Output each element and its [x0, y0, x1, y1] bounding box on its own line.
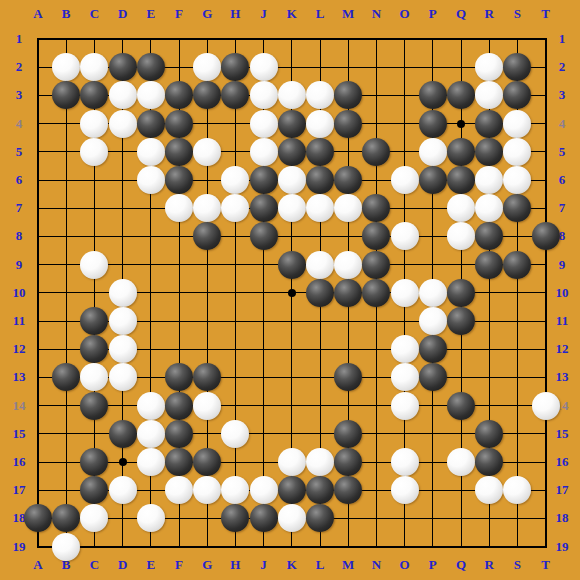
- row-label-left: 10: [13, 285, 26, 301]
- black-stone-M16: [334, 448, 362, 476]
- column-label-bottom: J: [260, 557, 267, 573]
- black-stone-B18: [52, 504, 80, 532]
- black-stone-H2: [221, 53, 249, 81]
- row-label-right: 3: [559, 87, 566, 103]
- black-stone-L6: [306, 166, 334, 194]
- row-label-left: 16: [13, 454, 26, 470]
- white-stone-K18: [278, 504, 306, 532]
- white-stone-C18: [80, 504, 108, 532]
- white-stone-O8: [391, 222, 419, 250]
- column-label-bottom: N: [372, 557, 381, 573]
- row-label-right: 12: [556, 341, 569, 357]
- row-label-right: 13: [556, 369, 569, 385]
- white-stone-E6: [137, 166, 165, 194]
- black-stone-C3: [80, 81, 108, 109]
- black-stone-Q6: [447, 166, 475, 194]
- white-stone-C4: [80, 110, 108, 138]
- black-stone-S2: [503, 53, 531, 81]
- star-point-D16: [119, 458, 127, 466]
- white-stone-G7: [193, 194, 221, 222]
- column-label-bottom: F: [175, 557, 183, 573]
- black-stone-C17: [80, 476, 108, 504]
- black-stone-M4: [334, 110, 362, 138]
- row-label-left: 12: [13, 341, 26, 357]
- black-stone-N5: [362, 138, 390, 166]
- row-label-right: 17: [556, 482, 569, 498]
- black-stone-M6: [334, 166, 362, 194]
- black-stone-L18: [306, 504, 334, 532]
- row-label-left: 15: [13, 426, 26, 442]
- white-stone-K3: [278, 81, 306, 109]
- column-label-bottom: A: [33, 557, 42, 573]
- black-stone-Q11: [447, 307, 475, 335]
- black-stone-Q10: [447, 279, 475, 307]
- black-stone-C12: [80, 335, 108, 363]
- black-stone-B13: [52, 363, 80, 391]
- column-label-bottom: L: [316, 557, 325, 573]
- white-stone-C9: [80, 251, 108, 279]
- white-stone-J17: [250, 476, 278, 504]
- white-stone-S5: [503, 138, 531, 166]
- row-label-right: 11: [556, 313, 568, 329]
- row-label-left: 5: [16, 144, 23, 160]
- black-stone-M3: [334, 81, 362, 109]
- row-label-right: 10: [556, 285, 569, 301]
- column-label-top: D: [118, 6, 127, 22]
- black-stone-N9: [362, 251, 390, 279]
- column-label-top: Q: [456, 6, 466, 22]
- black-stone-L10: [306, 279, 334, 307]
- white-stone-Q7: [447, 194, 475, 222]
- white-stone-D17: [109, 476, 137, 504]
- row-label-left: 11: [13, 313, 25, 329]
- column-label-bottom: R: [484, 557, 493, 573]
- row-label-left: 13: [13, 369, 26, 385]
- white-stone-Q8: [447, 222, 475, 250]
- column-label-top: P: [429, 6, 437, 22]
- row-label-left: 6: [16, 172, 23, 188]
- black-stone-D15: [109, 420, 137, 448]
- black-stone-R5: [475, 138, 503, 166]
- black-stone-M17: [334, 476, 362, 504]
- white-stone-S4: [503, 110, 531, 138]
- white-stone-R6: [475, 166, 503, 194]
- black-stone-R8: [475, 222, 503, 250]
- row-label-right: 4: [559, 116, 566, 132]
- white-stone-B2: [52, 53, 80, 81]
- row-label-left: 3: [16, 87, 23, 103]
- white-stone-Q16: [447, 448, 475, 476]
- white-stone-M9: [334, 251, 362, 279]
- column-label-bottom: G: [202, 557, 212, 573]
- white-stone-R7: [475, 194, 503, 222]
- white-stone-F17: [165, 476, 193, 504]
- column-label-top: G: [202, 6, 212, 22]
- black-stone-K17: [278, 476, 306, 504]
- white-stone-J5: [250, 138, 278, 166]
- column-label-top: K: [287, 6, 297, 22]
- column-label-top: O: [400, 6, 410, 22]
- white-stone-G14: [193, 392, 221, 420]
- white-stone-H15: [221, 420, 249, 448]
- black-stone-G16: [193, 448, 221, 476]
- white-stone-R2: [475, 53, 503, 81]
- column-label-bottom: P: [429, 557, 437, 573]
- white-stone-J4: [250, 110, 278, 138]
- white-stone-S17: [503, 476, 531, 504]
- column-label-top: J: [260, 6, 267, 22]
- star-point-K10: [288, 289, 296, 297]
- black-stone-C11: [80, 307, 108, 335]
- black-stone-M10: [334, 279, 362, 307]
- column-label-top: T: [541, 6, 550, 22]
- black-stone-N10: [362, 279, 390, 307]
- row-label-right: 19: [556, 539, 569, 555]
- column-label-top: L: [316, 6, 325, 22]
- white-stone-D4: [109, 110, 137, 138]
- black-stone-T8: [532, 222, 560, 250]
- black-stone-S9: [503, 251, 531, 279]
- white-stone-K7: [278, 194, 306, 222]
- black-stone-D2: [109, 53, 137, 81]
- white-stone-G17: [193, 476, 221, 504]
- black-stone-F14: [165, 392, 193, 420]
- black-stone-R16: [475, 448, 503, 476]
- black-stone-K5: [278, 138, 306, 166]
- row-label-left: 14: [13, 398, 26, 414]
- row-label-left: 19: [13, 539, 26, 555]
- column-label-bottom: H: [230, 557, 240, 573]
- white-stone-C2: [80, 53, 108, 81]
- black-stone-F16: [165, 448, 193, 476]
- column-label-top: A: [33, 6, 42, 22]
- black-stone-C16: [80, 448, 108, 476]
- black-stone-Q14: [447, 392, 475, 420]
- black-stone-J7: [250, 194, 278, 222]
- white-stone-H7: [221, 194, 249, 222]
- black-stone-C14: [80, 392, 108, 420]
- column-label-top: H: [230, 6, 240, 22]
- column-label-top: M: [342, 6, 354, 22]
- row-label-right: 9: [559, 257, 566, 273]
- row-label-left: 17: [13, 482, 26, 498]
- black-stone-M15: [334, 420, 362, 448]
- row-label-left: 1: [16, 31, 23, 47]
- black-stone-R15: [475, 420, 503, 448]
- white-stone-K16: [278, 448, 306, 476]
- white-stone-E18: [137, 504, 165, 532]
- white-stone-M7: [334, 194, 362, 222]
- grid-line-vertical: [545, 38, 547, 548]
- column-label-bottom: M: [342, 557, 354, 573]
- black-stone-F6: [165, 166, 193, 194]
- white-stone-J2: [250, 53, 278, 81]
- black-stone-P12: [419, 335, 447, 363]
- column-label-bottom: O: [400, 557, 410, 573]
- white-stone-L3: [306, 81, 334, 109]
- black-stone-P4: [419, 110, 447, 138]
- white-stone-E16: [137, 448, 165, 476]
- column-label-top: N: [372, 6, 381, 22]
- white-stone-L9: [306, 251, 334, 279]
- black-stone-G3: [193, 81, 221, 109]
- black-stone-J8: [250, 222, 278, 250]
- black-stone-L5: [306, 138, 334, 166]
- white-stone-K6: [278, 166, 306, 194]
- column-label-top: S: [514, 6, 521, 22]
- row-label-left: 2: [16, 59, 23, 75]
- white-stone-G2: [193, 53, 221, 81]
- white-stone-G5: [193, 138, 221, 166]
- black-stone-P6: [419, 166, 447, 194]
- white-stone-C13: [80, 363, 108, 391]
- row-label-left: 4: [16, 116, 23, 132]
- row-label-right: 15: [556, 426, 569, 442]
- go-app: { "game": "go", "board": { "size": 19, "…: [0, 0, 580, 580]
- row-label-left: 8: [16, 228, 23, 244]
- white-stone-P5: [419, 138, 447, 166]
- white-stone-T14: [532, 392, 560, 420]
- black-stone-H3: [221, 81, 249, 109]
- column-label-bottom: D: [118, 557, 127, 573]
- row-label-right: 2: [559, 59, 566, 75]
- black-stone-B3: [52, 81, 80, 109]
- black-stone-E4: [137, 110, 165, 138]
- white-stone-P10: [419, 279, 447, 307]
- white-stone-H6: [221, 166, 249, 194]
- column-label-bottom: Q: [456, 557, 466, 573]
- row-label-right: 7: [559, 200, 566, 216]
- black-stone-R9: [475, 251, 503, 279]
- black-stone-F3: [165, 81, 193, 109]
- white-stone-D11: [109, 307, 137, 335]
- black-stone-P3: [419, 81, 447, 109]
- column-label-bottom: K: [287, 557, 297, 573]
- white-stone-L7: [306, 194, 334, 222]
- black-stone-J6: [250, 166, 278, 194]
- black-stone-N8: [362, 222, 390, 250]
- black-stone-F15: [165, 420, 193, 448]
- column-label-top: C: [90, 6, 99, 22]
- white-stone-E14: [137, 392, 165, 420]
- white-stone-B19: [52, 533, 80, 561]
- black-stone-K4: [278, 110, 306, 138]
- white-stone-R3: [475, 81, 503, 109]
- row-label-right: 18: [556, 510, 569, 526]
- go-board[interactable]: AABBCCDDEEFFGGHHJJKKLLMMNNOOPPQQRRSSTT11…: [0, 0, 580, 580]
- column-label-bottom: S: [514, 557, 521, 573]
- black-stone-S3: [503, 81, 531, 109]
- black-stone-F13: [165, 363, 193, 391]
- column-label-top: R: [484, 6, 493, 22]
- white-stone-E15: [137, 420, 165, 448]
- column-label-top: F: [175, 6, 183, 22]
- grid-line-horizontal: [37, 546, 547, 548]
- black-stone-M13: [334, 363, 362, 391]
- column-label-top: B: [62, 6, 71, 22]
- row-label-right: 1: [559, 31, 566, 47]
- white-stone-O13: [391, 363, 419, 391]
- black-stone-J18: [250, 504, 278, 532]
- white-stone-D12: [109, 335, 137, 363]
- black-stone-G8: [193, 222, 221, 250]
- black-stone-N7: [362, 194, 390, 222]
- column-label-bottom: E: [146, 557, 155, 573]
- row-label-right: 6: [559, 172, 566, 188]
- row-label-left: 9: [16, 257, 23, 273]
- black-stone-Q5: [447, 138, 475, 166]
- white-stone-O14: [391, 392, 419, 420]
- black-stone-K9: [278, 251, 306, 279]
- row-label-right: 16: [556, 454, 569, 470]
- white-stone-H17: [221, 476, 249, 504]
- white-stone-D3: [109, 81, 137, 109]
- black-stone-H18: [221, 504, 249, 532]
- black-stone-F4: [165, 110, 193, 138]
- white-stone-O6: [391, 166, 419, 194]
- column-label-top: E: [146, 6, 155, 22]
- white-stone-D10: [109, 279, 137, 307]
- black-stone-P13: [419, 363, 447, 391]
- white-stone-C5: [80, 138, 108, 166]
- white-stone-L4: [306, 110, 334, 138]
- row-label-left: 7: [16, 200, 23, 216]
- black-stone-G13: [193, 363, 221, 391]
- black-stone-L17: [306, 476, 334, 504]
- row-label-right: 8: [559, 228, 566, 244]
- white-stone-R17: [475, 476, 503, 504]
- white-stone-S6: [503, 166, 531, 194]
- star-point-Q4: [457, 120, 465, 128]
- white-stone-O16: [391, 448, 419, 476]
- white-stone-L16: [306, 448, 334, 476]
- white-stone-F7: [165, 194, 193, 222]
- black-stone-E2: [137, 53, 165, 81]
- white-stone-O12: [391, 335, 419, 363]
- black-stone-R4: [475, 110, 503, 138]
- column-label-bottom: T: [541, 557, 550, 573]
- black-stone-A18: [24, 504, 52, 532]
- black-stone-S7: [503, 194, 531, 222]
- black-stone-Q3: [447, 81, 475, 109]
- white-stone-D13: [109, 363, 137, 391]
- row-label-right: 5: [559, 144, 566, 160]
- white-stone-O17: [391, 476, 419, 504]
- white-stone-E5: [137, 138, 165, 166]
- white-stone-P11: [419, 307, 447, 335]
- column-label-bottom: C: [90, 557, 99, 573]
- white-stone-J3: [250, 81, 278, 109]
- white-stone-E3: [137, 81, 165, 109]
- white-stone-O10: [391, 279, 419, 307]
- black-stone-F5: [165, 138, 193, 166]
